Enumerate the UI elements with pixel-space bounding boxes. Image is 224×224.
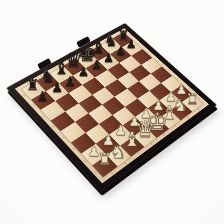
piece-shadow xyxy=(138,133,152,137)
piece-shadow xyxy=(188,101,197,104)
piece-black-rook: ♜ xyxy=(26,78,39,93)
piece-shadow xyxy=(80,57,94,61)
piece-shadow xyxy=(100,163,110,166)
piece-white-bishop: ♝ xyxy=(161,104,178,123)
piece-white-rook: ♜ xyxy=(98,153,112,169)
piece-shadow xyxy=(177,91,185,94)
piece-white-knight: ♞ xyxy=(110,142,126,160)
piece-white-pawn: ♟ xyxy=(88,143,101,157)
piece-black-rook: ♜ xyxy=(117,29,129,42)
piece-shadow xyxy=(142,116,150,119)
piece-shadow xyxy=(93,66,101,69)
piece-white-pawn: ♟ xyxy=(114,124,126,138)
piece-white-pawn: ♟ xyxy=(165,91,177,104)
piece-black-pawn: ♟ xyxy=(103,52,114,64)
piece-black-pawn: ♟ xyxy=(78,66,90,79)
piece-shadow xyxy=(28,88,37,91)
piece-white-pawn: ♟ xyxy=(176,83,187,96)
piece-shadow xyxy=(104,142,113,145)
piece-white-pawn: ♟ xyxy=(128,116,140,130)
piece-black-pawn: ♟ xyxy=(115,45,126,57)
piece-shadow xyxy=(167,99,175,102)
piece-white-pawn: ♟ xyxy=(140,107,152,120)
piece-shadow xyxy=(116,133,125,136)
piece-shadow xyxy=(154,107,162,110)
piece-black-bishop: ♝ xyxy=(91,39,107,56)
piece-black-knight: ♞ xyxy=(104,34,118,49)
pieces-layer: ♜♞♝♛♚♝♞♜♟♟♟♟♟♟♟♟♟♟♟♟♟♟♟♟♜♞♝♛♚♝♞♜ xyxy=(0,0,224,224)
piece-shadow xyxy=(80,74,88,77)
piece-shadow xyxy=(106,44,115,47)
product-photo-backdrop: aa88bb77cc66dd55ee44ff33gg22hh11 ♜♞♝♛♚♝♞… xyxy=(0,0,224,224)
piece-shadow xyxy=(130,124,138,127)
piece-black-pawn: ♟ xyxy=(64,74,76,87)
piece-shadow xyxy=(150,125,165,130)
piece-shadow xyxy=(38,98,46,101)
piece-shadow xyxy=(93,51,104,54)
piece-black-pawn: ♟ xyxy=(51,81,63,94)
piece-shadow xyxy=(90,152,99,155)
piece-white-pawn: ♟ xyxy=(153,99,165,112)
piece-shadow xyxy=(67,64,80,68)
piece-shadow xyxy=(175,109,185,112)
piece-shadow xyxy=(128,46,135,48)
piece-white-rook: ♜ xyxy=(186,92,199,106)
piece-black-pawn: ♟ xyxy=(37,90,49,104)
piece-black-pawn: ♟ xyxy=(91,58,102,71)
piece-black-queen: ♛ xyxy=(64,51,83,72)
piece-shadow xyxy=(66,82,74,85)
piece-shadow xyxy=(126,143,138,147)
piece-shadow xyxy=(53,89,61,92)
piece-shadow xyxy=(164,116,176,120)
piece-black-bishop: ♝ xyxy=(53,60,69,78)
piece-white-pawn: ♟ xyxy=(102,133,115,147)
piece-black-pawn: ♟ xyxy=(126,39,137,51)
piece-shadow xyxy=(56,71,67,75)
piece-shadow xyxy=(113,154,124,158)
piece-black-knight: ♞ xyxy=(40,69,55,86)
piece-shadow xyxy=(119,37,127,40)
piece-shadow xyxy=(43,80,53,83)
piece-shadow xyxy=(117,53,125,55)
piece-shadow xyxy=(105,60,113,62)
